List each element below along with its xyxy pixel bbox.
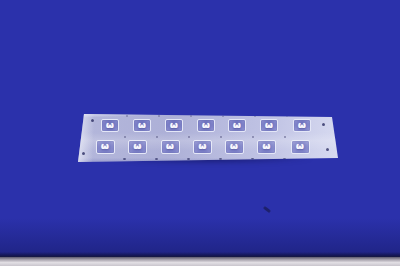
lens-reflection-icon: ω xyxy=(106,120,114,130)
lens-cell: ω xyxy=(101,119,119,133)
lens-cell: ω xyxy=(133,119,151,133)
lens-reflection-icon: ω xyxy=(134,141,142,151)
mounting-hole xyxy=(156,136,158,138)
mounting-hole xyxy=(326,148,329,151)
mounting-hole xyxy=(187,158,190,161)
lens-reflection-icon: ω xyxy=(263,141,271,151)
lens-reflection-icon: ω xyxy=(265,120,273,130)
lens-cell: ω xyxy=(260,119,278,133)
lens-reflection-icon: ω xyxy=(101,141,109,151)
lens-cell: ω xyxy=(96,140,115,154)
lens-reflection-icon: ω xyxy=(202,120,210,130)
lens-cell: ω xyxy=(293,119,311,133)
lens-cell: ω xyxy=(291,140,310,154)
lens-cell: ω xyxy=(161,140,180,154)
product-photo-scene: ωωωωωωωωωωωωωω xyxy=(0,0,400,266)
lens-reflection-icon: ω xyxy=(138,120,146,130)
mounting-hole xyxy=(123,158,126,161)
lens-reflection-icon: ω xyxy=(298,120,306,130)
lens-reflection-icon: ω xyxy=(233,120,241,130)
mounting-hole xyxy=(126,115,128,117)
lens-reflection-icon: ω xyxy=(199,141,207,151)
mounting-hole xyxy=(91,119,94,122)
lens-module-plate: ωωωωωωωωωωωωωω xyxy=(76,112,340,164)
mounting-hole xyxy=(220,136,222,138)
lens-reflection-icon: ω xyxy=(230,141,238,151)
lens-cell: ω xyxy=(197,119,215,133)
table-edge-strip xyxy=(0,257,400,266)
lens-cell: ω xyxy=(128,140,147,154)
mounting-hole xyxy=(82,152,85,155)
mounting-hole xyxy=(188,136,190,138)
lens-cell: ω xyxy=(225,140,244,154)
mounting-hole xyxy=(155,158,158,161)
mounting-hole xyxy=(124,136,126,138)
mounting-hole xyxy=(219,158,222,161)
mounting-hole xyxy=(252,136,254,138)
lens-cell: ω xyxy=(193,140,212,154)
mounting-hole xyxy=(158,115,160,117)
lens-cell: ω xyxy=(257,140,276,154)
lens-cell: ω xyxy=(165,119,183,133)
lens-reflection-icon: ω xyxy=(166,141,174,151)
mounting-hole xyxy=(284,136,286,138)
lens-cell: ω xyxy=(228,119,246,133)
lens-reflection-icon: ω xyxy=(296,141,304,151)
mounting-hole xyxy=(322,123,325,126)
lens-reflection-icon: ω xyxy=(170,120,178,130)
